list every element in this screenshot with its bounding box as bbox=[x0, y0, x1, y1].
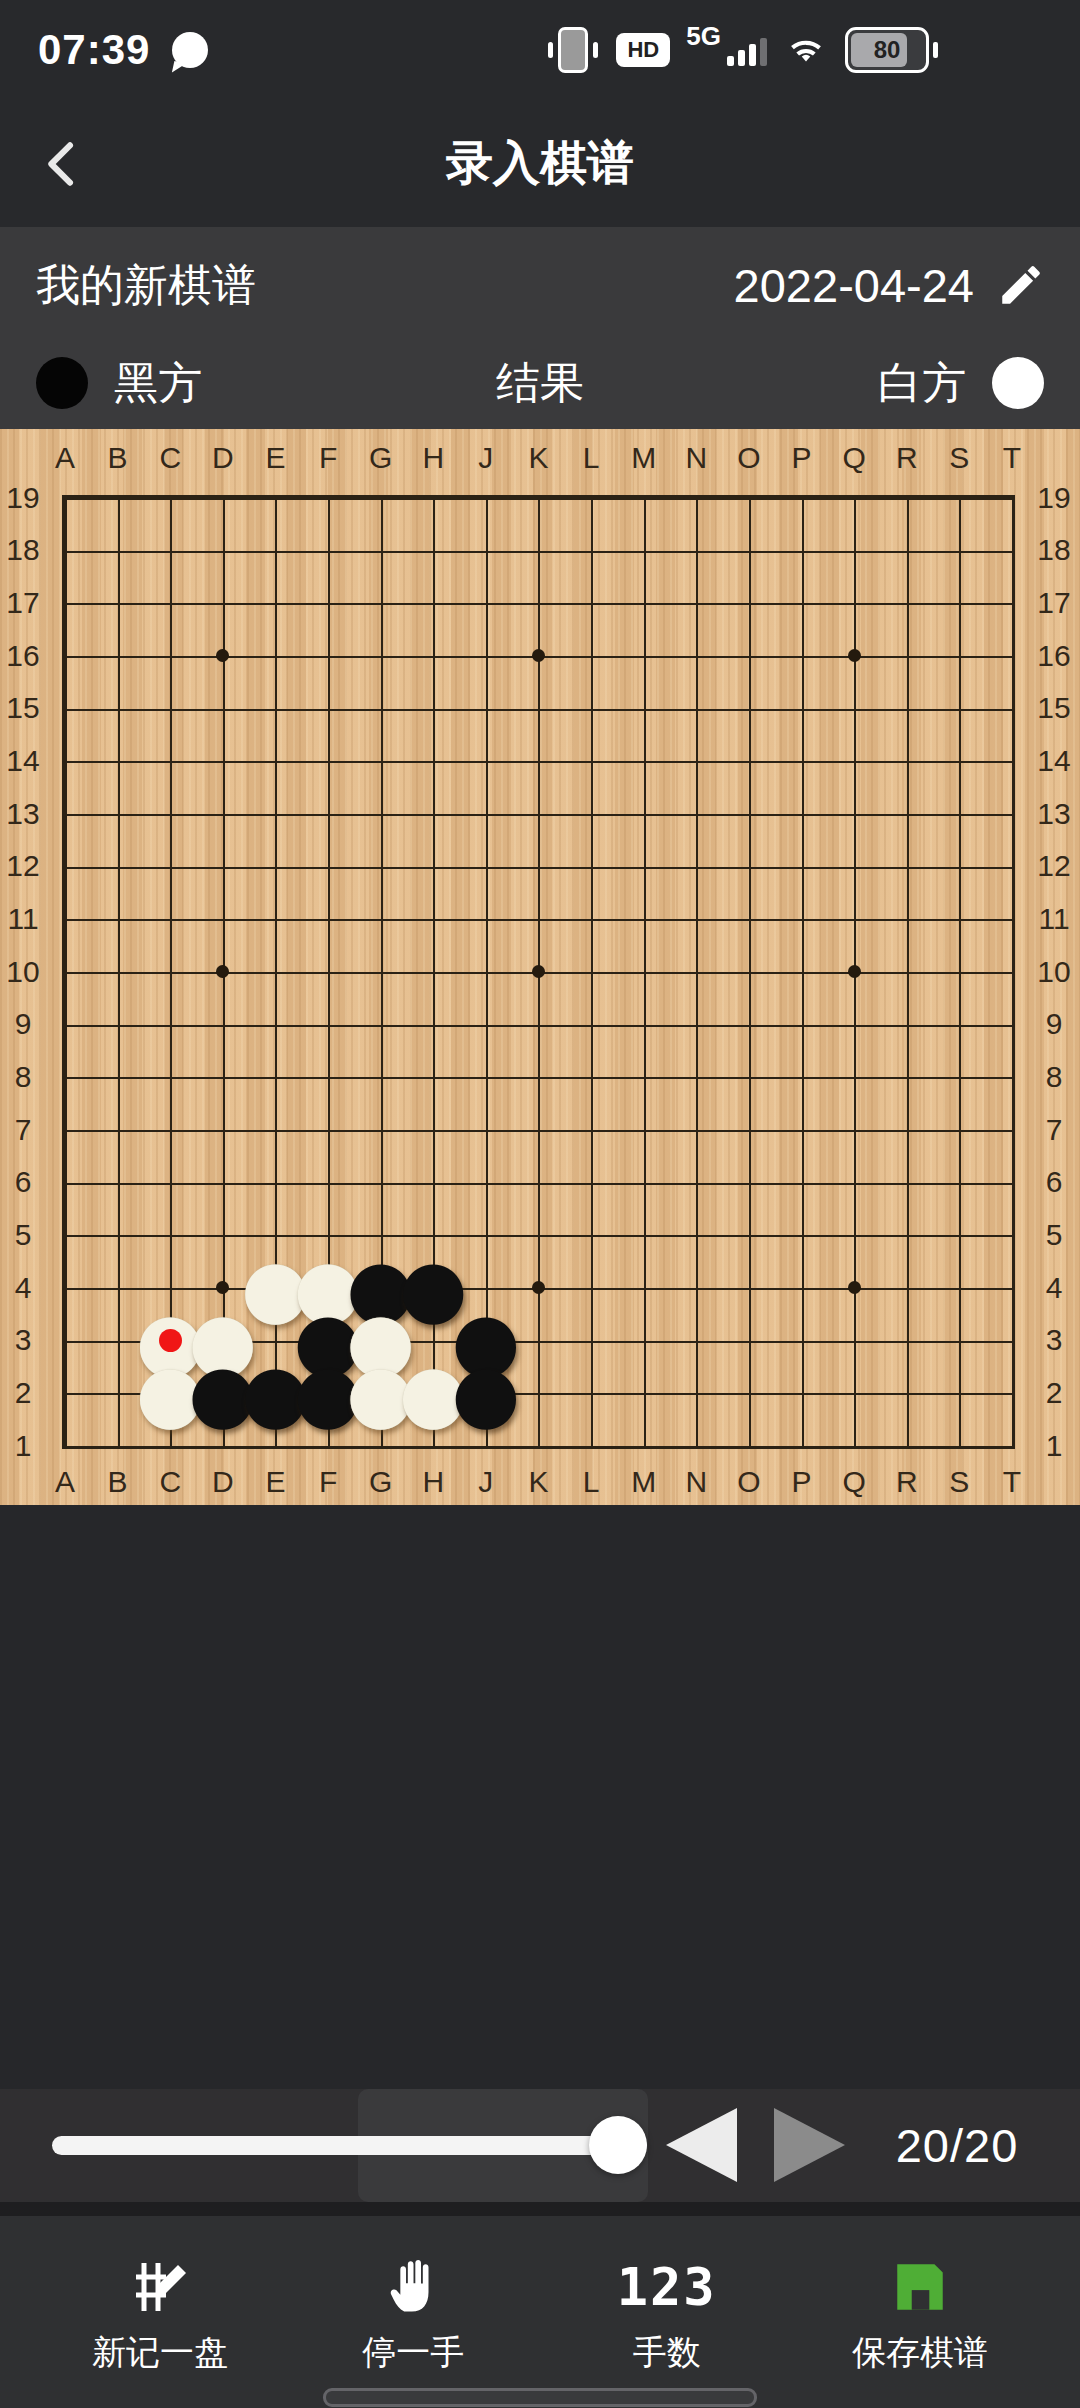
intersection[interactable] bbox=[617, 1314, 670, 1367]
intersection[interactable] bbox=[933, 577, 986, 630]
intersection[interactable] bbox=[302, 524, 355, 577]
intersection[interactable] bbox=[197, 840, 250, 893]
intersection[interactable] bbox=[723, 630, 776, 683]
intersection[interactable] bbox=[880, 1262, 933, 1315]
intersection[interactable] bbox=[986, 1209, 1039, 1262]
intersection[interactable] bbox=[986, 1104, 1039, 1157]
intersection[interactable] bbox=[197, 998, 250, 1051]
intersection[interactable] bbox=[407, 1156, 460, 1209]
intersection[interactable] bbox=[565, 788, 618, 841]
result-button[interactable]: 结果 bbox=[202, 354, 878, 413]
intersection[interactable] bbox=[775, 1262, 828, 1315]
slider-thumb[interactable] bbox=[589, 2116, 647, 2174]
intersection[interactable] bbox=[828, 840, 881, 893]
intersection[interactable] bbox=[354, 893, 407, 946]
intersection[interactable] bbox=[670, 682, 723, 735]
intersection[interactable] bbox=[670, 788, 723, 841]
intersection[interactable] bbox=[302, 1051, 355, 1104]
intersection[interactable] bbox=[39, 893, 92, 946]
intersection[interactable] bbox=[775, 524, 828, 577]
intersection[interactable] bbox=[302, 735, 355, 788]
intersection[interactable] bbox=[723, 735, 776, 788]
intersection[interactable] bbox=[775, 1156, 828, 1209]
intersection[interactable] bbox=[933, 1367, 986, 1420]
intersection[interactable] bbox=[775, 946, 828, 999]
intersection[interactable] bbox=[880, 1420, 933, 1473]
intersection[interactable] bbox=[512, 577, 565, 630]
intersection[interactable] bbox=[91, 1051, 144, 1104]
intersection[interactable] bbox=[880, 682, 933, 735]
intersection[interactable] bbox=[880, 1156, 933, 1209]
intersection[interactable] bbox=[354, 998, 407, 1051]
intersection[interactable] bbox=[617, 998, 670, 1051]
intersection[interactable] bbox=[565, 1156, 618, 1209]
intersection[interactable] bbox=[828, 788, 881, 841]
intersection[interactable] bbox=[828, 946, 881, 999]
intersection[interactable] bbox=[933, 1314, 986, 1367]
intersection[interactable] bbox=[302, 840, 355, 893]
intersection[interactable] bbox=[986, 1314, 1039, 1367]
intersection[interactable] bbox=[828, 577, 881, 630]
intersection[interactable] bbox=[617, 577, 670, 630]
intersection[interactable] bbox=[197, 630, 250, 683]
intersection[interactable] bbox=[91, 524, 144, 577]
intersection[interactable] bbox=[617, 472, 670, 525]
intersection[interactable] bbox=[723, 1367, 776, 1420]
intersection[interactable] bbox=[39, 1209, 92, 1262]
intersection[interactable] bbox=[512, 1420, 565, 1473]
intersection[interactable] bbox=[880, 840, 933, 893]
intersection[interactable] bbox=[512, 1051, 565, 1104]
intersection[interactable] bbox=[354, 1104, 407, 1157]
intersection[interactable] bbox=[617, 1262, 670, 1315]
intersection[interactable] bbox=[144, 1156, 197, 1209]
intersection[interactable] bbox=[197, 893, 250, 946]
intersection[interactable] bbox=[775, 1420, 828, 1473]
intersection[interactable] bbox=[617, 524, 670, 577]
intersection[interactable] bbox=[249, 893, 302, 946]
pass-button[interactable]: 停一手 bbox=[308, 2216, 518, 2408]
intersection[interactable] bbox=[933, 1156, 986, 1209]
intersection[interactable] bbox=[986, 682, 1039, 735]
intersection[interactable] bbox=[302, 682, 355, 735]
intersection[interactable] bbox=[617, 735, 670, 788]
intersection[interactable] bbox=[39, 1051, 92, 1104]
intersection[interactable] bbox=[91, 1104, 144, 1157]
intersection[interactable] bbox=[354, 577, 407, 630]
intersection[interactable] bbox=[617, 630, 670, 683]
intersection[interactable] bbox=[565, 630, 618, 683]
intersection[interactable] bbox=[933, 630, 986, 683]
intersection[interactable] bbox=[302, 1104, 355, 1157]
intersection[interactable] bbox=[565, 893, 618, 946]
intersection[interactable] bbox=[617, 788, 670, 841]
intersection[interactable] bbox=[249, 1104, 302, 1157]
intersection[interactable] bbox=[91, 840, 144, 893]
intersection[interactable] bbox=[91, 735, 144, 788]
intersection[interactable] bbox=[249, 998, 302, 1051]
intersection[interactable] bbox=[880, 524, 933, 577]
intersection[interactable] bbox=[407, 788, 460, 841]
intersection[interactable] bbox=[407, 630, 460, 683]
intersection[interactable] bbox=[91, 472, 144, 525]
intersection[interactable] bbox=[302, 946, 355, 999]
intersection[interactable] bbox=[249, 840, 302, 893]
intersection[interactable] bbox=[565, 946, 618, 999]
intersection[interactable] bbox=[302, 788, 355, 841]
intersection[interactable] bbox=[91, 1156, 144, 1209]
intersection[interactable] bbox=[512, 1314, 565, 1367]
intersection[interactable] bbox=[354, 524, 407, 577]
intersection[interactable] bbox=[249, 946, 302, 999]
intersection[interactable] bbox=[144, 735, 197, 788]
intersection[interactable] bbox=[354, 472, 407, 525]
intersection[interactable] bbox=[775, 1209, 828, 1262]
intersection[interactable] bbox=[828, 1314, 881, 1367]
intersection[interactable] bbox=[249, 1051, 302, 1104]
intersection[interactable]: ● bbox=[460, 1367, 513, 1420]
intersection[interactable] bbox=[670, 1156, 723, 1209]
intersection[interactable] bbox=[670, 893, 723, 946]
intersection[interactable] bbox=[197, 946, 250, 999]
intersection[interactable] bbox=[460, 788, 513, 841]
intersection[interactable] bbox=[986, 788, 1039, 841]
intersection[interactable] bbox=[880, 1367, 933, 1420]
intersection[interactable] bbox=[775, 893, 828, 946]
intersection[interactable] bbox=[933, 524, 986, 577]
intersection[interactable] bbox=[565, 1051, 618, 1104]
intersection[interactable] bbox=[460, 840, 513, 893]
intersection[interactable] bbox=[91, 577, 144, 630]
intersection[interactable] bbox=[302, 893, 355, 946]
intersection[interactable] bbox=[407, 1051, 460, 1104]
intersection[interactable] bbox=[828, 1209, 881, 1262]
intersection[interactable] bbox=[775, 840, 828, 893]
intersection[interactable] bbox=[828, 1262, 881, 1315]
next-move-button[interactable] bbox=[774, 2108, 845, 2182]
move-slider-track[interactable] bbox=[52, 2136, 647, 2155]
intersection[interactable] bbox=[39, 472, 92, 525]
intersection[interactable] bbox=[775, 1314, 828, 1367]
intersection[interactable] bbox=[986, 735, 1039, 788]
intersection[interactable] bbox=[354, 946, 407, 999]
intersection[interactable] bbox=[460, 577, 513, 630]
intersection[interactable] bbox=[670, 1104, 723, 1157]
intersection[interactable] bbox=[39, 630, 92, 683]
intersection[interactable] bbox=[197, 788, 250, 841]
intersection[interactable] bbox=[723, 577, 776, 630]
intersection[interactable] bbox=[39, 682, 92, 735]
intersection[interactable] bbox=[617, 1104, 670, 1157]
intersection[interactable] bbox=[302, 998, 355, 1051]
intersection[interactable] bbox=[512, 1156, 565, 1209]
intersection[interactable] bbox=[933, 840, 986, 893]
intersection[interactable] bbox=[39, 840, 92, 893]
intersection[interactable] bbox=[828, 472, 881, 525]
intersection[interactable] bbox=[407, 1104, 460, 1157]
intersection[interactable] bbox=[144, 840, 197, 893]
intersection[interactable] bbox=[91, 946, 144, 999]
intersection[interactable] bbox=[617, 1051, 670, 1104]
intersection[interactable] bbox=[670, 1314, 723, 1367]
intersection[interactable] bbox=[460, 630, 513, 683]
intersection[interactable] bbox=[512, 472, 565, 525]
intersection[interactable] bbox=[723, 998, 776, 1051]
intersection[interactable] bbox=[723, 1314, 776, 1367]
intersection[interactable] bbox=[91, 682, 144, 735]
intersection[interactable] bbox=[512, 524, 565, 577]
prev-move-button[interactable] bbox=[666, 2108, 737, 2182]
intersection[interactable] bbox=[354, 682, 407, 735]
intersection[interactable] bbox=[565, 472, 618, 525]
intersection[interactable] bbox=[460, 946, 513, 999]
intersection[interactable] bbox=[302, 630, 355, 683]
intersection[interactable] bbox=[775, 1051, 828, 1104]
intersection[interactable] bbox=[670, 735, 723, 788]
intersection[interactable] bbox=[723, 1420, 776, 1473]
intersection[interactable] bbox=[354, 788, 407, 841]
intersection[interactable] bbox=[407, 840, 460, 893]
intersection[interactable] bbox=[723, 788, 776, 841]
intersection[interactable] bbox=[933, 946, 986, 999]
intersection[interactable] bbox=[880, 577, 933, 630]
intersection[interactable] bbox=[512, 682, 565, 735]
intersection[interactable] bbox=[880, 998, 933, 1051]
intersection[interactable] bbox=[144, 682, 197, 735]
intersection[interactable] bbox=[933, 998, 986, 1051]
intersection[interactable] bbox=[670, 840, 723, 893]
intersection[interactable] bbox=[144, 998, 197, 1051]
intersection[interactable] bbox=[197, 1051, 250, 1104]
intersection[interactable] bbox=[775, 472, 828, 525]
intersection[interactable] bbox=[407, 735, 460, 788]
intersection[interactable] bbox=[986, 840, 1039, 893]
intersection[interactable] bbox=[723, 946, 776, 999]
intersection[interactable] bbox=[670, 577, 723, 630]
intersection[interactable] bbox=[407, 893, 460, 946]
intersection[interactable] bbox=[933, 1104, 986, 1157]
intersection[interactable] bbox=[512, 1262, 565, 1315]
intersection[interactable] bbox=[828, 893, 881, 946]
intersection[interactable] bbox=[407, 998, 460, 1051]
intersection[interactable] bbox=[880, 1104, 933, 1157]
intersection[interactable] bbox=[723, 840, 776, 893]
intersection[interactable] bbox=[512, 735, 565, 788]
record-name[interactable]: 我的新棋谱 bbox=[36, 256, 256, 315]
intersection[interactable] bbox=[512, 1209, 565, 1262]
intersection[interactable] bbox=[354, 630, 407, 683]
intersection[interactable] bbox=[565, 998, 618, 1051]
intersection[interactable] bbox=[933, 1420, 986, 1473]
intersection[interactable] bbox=[197, 1156, 250, 1209]
intersection[interactable] bbox=[460, 682, 513, 735]
intersection[interactable] bbox=[354, 1156, 407, 1209]
intersection[interactable] bbox=[39, 788, 92, 841]
intersection[interactable] bbox=[986, 1262, 1039, 1315]
intersection[interactable] bbox=[933, 1051, 986, 1104]
intersection[interactable] bbox=[880, 472, 933, 525]
intersection[interactable] bbox=[828, 735, 881, 788]
intersection[interactable] bbox=[144, 524, 197, 577]
intersection[interactable] bbox=[670, 998, 723, 1051]
intersection[interactable] bbox=[407, 946, 460, 999]
intersection[interactable] bbox=[723, 1262, 776, 1315]
intersection[interactable] bbox=[39, 946, 92, 999]
intersection[interactable] bbox=[302, 472, 355, 525]
intersection[interactable] bbox=[828, 630, 881, 683]
intersection[interactable] bbox=[933, 735, 986, 788]
intersection[interactable] bbox=[986, 1420, 1039, 1473]
intersection[interactable] bbox=[249, 682, 302, 735]
intersection[interactable] bbox=[986, 472, 1039, 525]
intersection[interactable] bbox=[828, 998, 881, 1051]
intersection[interactable] bbox=[828, 1367, 881, 1420]
intersection[interactable] bbox=[880, 1314, 933, 1367]
intersection[interactable] bbox=[39, 1104, 92, 1157]
intersection[interactable] bbox=[670, 524, 723, 577]
intersection[interactable] bbox=[144, 893, 197, 946]
intersection[interactable] bbox=[933, 788, 986, 841]
intersection[interactable] bbox=[197, 524, 250, 577]
intersection[interactable] bbox=[302, 577, 355, 630]
intersection[interactable] bbox=[565, 524, 618, 577]
intersection[interactable] bbox=[249, 735, 302, 788]
intersection[interactable] bbox=[880, 788, 933, 841]
intersection[interactable] bbox=[565, 1262, 618, 1315]
intersection[interactable] bbox=[197, 577, 250, 630]
intersection[interactable] bbox=[197, 472, 250, 525]
intersection[interactable] bbox=[986, 946, 1039, 999]
intersection[interactable] bbox=[460, 524, 513, 577]
intersection[interactable] bbox=[670, 472, 723, 525]
intersection[interactable] bbox=[723, 524, 776, 577]
intersection[interactable] bbox=[617, 1367, 670, 1420]
intersection[interactable] bbox=[617, 893, 670, 946]
intersection[interactable] bbox=[460, 998, 513, 1051]
intersection[interactable] bbox=[144, 788, 197, 841]
intersection[interactable] bbox=[460, 735, 513, 788]
intersection[interactable] bbox=[249, 630, 302, 683]
intersection[interactable] bbox=[670, 1262, 723, 1315]
intersection[interactable] bbox=[880, 1209, 933, 1262]
intersection[interactable] bbox=[565, 682, 618, 735]
intersection[interactable] bbox=[775, 682, 828, 735]
intersection[interactable] bbox=[775, 788, 828, 841]
intersection[interactable] bbox=[775, 577, 828, 630]
intersection[interactable] bbox=[670, 1209, 723, 1262]
intersection[interactable] bbox=[828, 1051, 881, 1104]
intersection[interactable] bbox=[197, 682, 250, 735]
intersection[interactable] bbox=[880, 893, 933, 946]
intersection[interactable] bbox=[407, 524, 460, 577]
intersection[interactable] bbox=[197, 1104, 250, 1157]
move-numbers-button[interactable]: 123 手数 bbox=[562, 2216, 772, 2408]
intersection[interactable] bbox=[354, 1051, 407, 1104]
intersection[interactable] bbox=[828, 524, 881, 577]
intersection[interactable] bbox=[249, 1156, 302, 1209]
intersection[interactable] bbox=[670, 1367, 723, 1420]
intersection[interactable] bbox=[670, 1051, 723, 1104]
intersection[interactable] bbox=[249, 524, 302, 577]
intersection[interactable] bbox=[512, 840, 565, 893]
intersection[interactable] bbox=[880, 630, 933, 683]
intersection[interactable] bbox=[986, 998, 1039, 1051]
intersection[interactable] bbox=[617, 682, 670, 735]
intersection[interactable] bbox=[512, 788, 565, 841]
intersection[interactable] bbox=[91, 788, 144, 841]
intersection[interactable] bbox=[565, 1420, 618, 1473]
intersection[interactable] bbox=[144, 1104, 197, 1157]
intersection[interactable] bbox=[775, 630, 828, 683]
intersection[interactable] bbox=[407, 472, 460, 525]
intersection[interactable] bbox=[144, 1051, 197, 1104]
intersection[interactable] bbox=[565, 577, 618, 630]
intersection[interactable] bbox=[39, 1367, 92, 1420]
intersection[interactable] bbox=[986, 1367, 1039, 1420]
intersection[interactable] bbox=[775, 998, 828, 1051]
intersection[interactable] bbox=[512, 630, 565, 683]
intersection[interactable] bbox=[91, 998, 144, 1051]
intersection[interactable] bbox=[39, 998, 92, 1051]
intersection[interactable] bbox=[197, 735, 250, 788]
intersection[interactable] bbox=[828, 1156, 881, 1209]
intersection[interactable] bbox=[933, 1262, 986, 1315]
intersection[interactable] bbox=[460, 1051, 513, 1104]
intersection[interactable] bbox=[723, 1104, 776, 1157]
intersection[interactable] bbox=[828, 1104, 881, 1157]
intersection[interactable] bbox=[670, 1420, 723, 1473]
intersection[interactable] bbox=[565, 735, 618, 788]
intersection[interactable] bbox=[302, 1156, 355, 1209]
intersection[interactable] bbox=[670, 630, 723, 683]
intersection[interactable] bbox=[880, 1051, 933, 1104]
intersection[interactable] bbox=[39, 1156, 92, 1209]
back-button[interactable] bbox=[28, 124, 98, 204]
intersection[interactable] bbox=[986, 1051, 1039, 1104]
intersection[interactable] bbox=[565, 840, 618, 893]
intersection[interactable] bbox=[39, 524, 92, 577]
intersection[interactable] bbox=[986, 1156, 1039, 1209]
intersection[interactable] bbox=[512, 1104, 565, 1157]
intersection[interactable] bbox=[723, 1209, 776, 1262]
intersection[interactable] bbox=[617, 840, 670, 893]
intersection[interactable] bbox=[933, 1209, 986, 1262]
intersection[interactable] bbox=[617, 1420, 670, 1473]
intersection[interactable] bbox=[407, 682, 460, 735]
intersection[interactable] bbox=[512, 998, 565, 1051]
intersection[interactable] bbox=[512, 946, 565, 999]
intersection[interactable] bbox=[670, 946, 723, 999]
intersection[interactable] bbox=[144, 472, 197, 525]
intersection[interactable] bbox=[39, 577, 92, 630]
intersection[interactable] bbox=[617, 1156, 670, 1209]
intersection[interactable] bbox=[249, 472, 302, 525]
intersection[interactable] bbox=[565, 1367, 618, 1420]
edit-icon[interactable] bbox=[996, 260, 1046, 310]
intersection[interactable] bbox=[91, 630, 144, 683]
intersection[interactable] bbox=[986, 893, 1039, 946]
intersection[interactable] bbox=[512, 1367, 565, 1420]
intersection[interactable] bbox=[880, 735, 933, 788]
intersection[interactable] bbox=[460, 1104, 513, 1157]
intersection[interactable] bbox=[460, 893, 513, 946]
intersection[interactable] bbox=[565, 1314, 618, 1367]
intersection[interactable] bbox=[39, 1262, 92, 1315]
intersection[interactable] bbox=[617, 1209, 670, 1262]
intersection[interactable] bbox=[512, 893, 565, 946]
intersection[interactable] bbox=[933, 682, 986, 735]
record-date[interactable]: 2022-04-24 bbox=[734, 258, 974, 313]
